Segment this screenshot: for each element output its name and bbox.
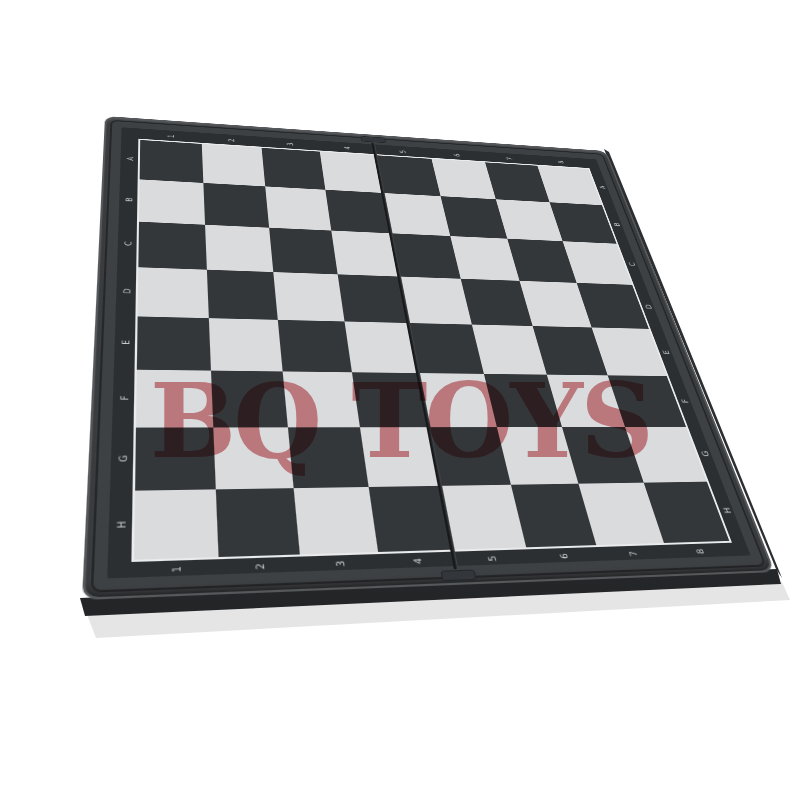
board-square — [139, 179, 205, 224]
board-square — [216, 488, 300, 557]
board-square — [138, 222, 207, 270]
board-square — [269, 228, 338, 275]
board-square — [134, 489, 219, 559]
board-grid — [131, 139, 732, 562]
board-square — [273, 272, 344, 321]
board-square — [203, 183, 269, 228]
hinge-top — [360, 136, 386, 143]
board-square — [202, 144, 265, 186]
watermark: BQ TOYS — [150, 370, 651, 472]
product-photo: 12345678 12345678 ABCDEFGH ABCDEFGH BQ T… — [0, 0, 800, 800]
board-square — [205, 225, 273, 272]
board-square — [138, 267, 209, 318]
chess-board: 12345678 12345678 ABCDEFGH ABCDEFGH — [82, 116, 775, 600]
board-frame: 12345678 12345678 ABCDEFGH ABCDEFGH — [82, 116, 775, 600]
board-square — [265, 186, 331, 230]
board-square — [376, 155, 440, 196]
board-square — [294, 487, 379, 555]
board-square — [262, 148, 326, 190]
hinge-bottom — [440, 569, 476, 581]
board-square — [384, 193, 451, 236]
board-square — [140, 140, 204, 183]
board-square — [207, 270, 278, 320]
